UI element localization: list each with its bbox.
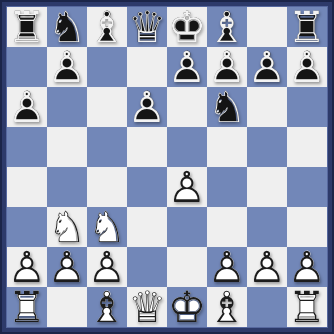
piece-glyph-outline: ♗ xyxy=(87,7,127,47)
square-d6[interactable]: ♟♙ xyxy=(127,87,167,127)
square-c5[interactable] xyxy=(87,127,127,167)
white-pawn[interactable]: ♟♙ xyxy=(7,247,47,287)
square-f3[interactable] xyxy=(207,207,247,247)
piece-glyph-outline: ♖ xyxy=(287,287,327,327)
black-pawn[interactable]: ♟♙ xyxy=(127,87,167,127)
square-h6[interactable] xyxy=(287,87,327,127)
square-e8[interactable]: ♚♔ xyxy=(167,7,207,47)
white-pawn[interactable]: ♟♙ xyxy=(167,167,207,207)
square-b4[interactable] xyxy=(47,167,87,207)
piece-glyph-fill: ♟ xyxy=(167,47,207,87)
piece-glyph-fill: ♞ xyxy=(207,87,247,127)
piece-glyph-fill: ♜ xyxy=(287,287,327,327)
black-pawn[interactable]: ♟♙ xyxy=(7,87,47,127)
square-e7[interactable]: ♟♙ xyxy=(167,47,207,87)
piece-glyph-outline: ♖ xyxy=(7,287,47,327)
piece-glyph-fill: ♚ xyxy=(167,7,207,47)
white-king[interactable]: ♚♔ xyxy=(167,287,207,327)
square-g8[interactable] xyxy=(247,7,287,47)
white-bishop[interactable]: ♝♗ xyxy=(207,287,247,327)
piece-glyph-fill: ♟ xyxy=(7,247,47,287)
black-pawn[interactable]: ♟♙ xyxy=(47,47,87,87)
square-b2[interactable]: ♟♙ xyxy=(47,247,87,287)
piece-glyph-fill: ♟ xyxy=(207,47,247,87)
square-d1[interactable]: ♛♕ xyxy=(127,287,167,327)
piece-glyph-fill: ♝ xyxy=(207,7,247,47)
white-knight[interactable]: ♞♘ xyxy=(87,207,127,247)
square-c8[interactable]: ♝♗ xyxy=(87,7,127,47)
square-d8[interactable]: ♛♕ xyxy=(127,7,167,47)
piece-glyph-outline: ♘ xyxy=(47,207,87,247)
square-c7[interactable] xyxy=(87,47,127,87)
square-d5[interactable] xyxy=(127,127,167,167)
black-rook[interactable]: ♜♖ xyxy=(287,7,327,47)
square-d7[interactable] xyxy=(127,47,167,87)
piece-glyph-fill: ♟ xyxy=(287,47,327,87)
square-c2[interactable]: ♟♙ xyxy=(87,247,127,287)
piece-glyph-outline: ♙ xyxy=(47,247,87,287)
board-frame: ♜♖♞♘♝♗♛♕♚♔♝♗♜♖♟♙♟♙♟♙♟♙♟♙♟♙♟♙♞♘♟♙♞♘♞♘♟♙♟♙… xyxy=(0,0,334,334)
square-f7[interactable]: ♟♙ xyxy=(207,47,247,87)
piece-glyph-fill: ♟ xyxy=(247,47,287,87)
square-h7[interactable]: ♟♙ xyxy=(287,47,327,87)
piece-glyph-outline: ♙ xyxy=(287,47,327,87)
square-e5[interactable] xyxy=(167,127,207,167)
white-bishop[interactable]: ♝♗ xyxy=(87,287,127,327)
black-knight[interactable]: ♞♘ xyxy=(207,87,247,127)
square-b1[interactable] xyxy=(47,287,87,327)
piece-glyph-fill: ♜ xyxy=(7,7,47,47)
piece-glyph-fill: ♜ xyxy=(287,7,327,47)
chess-board: ♜♖♞♘♝♗♛♕♚♔♝♗♜♖♟♙♟♙♟♙♟♙♟♙♟♙♟♙♞♘♟♙♞♘♞♘♟♙♟♙… xyxy=(7,7,327,327)
white-pawn[interactable]: ♟♙ xyxy=(287,247,327,287)
piece-glyph-fill: ♞ xyxy=(47,7,87,47)
piece-glyph-outline: ♗ xyxy=(207,287,247,327)
piece-glyph-outline: ♗ xyxy=(87,287,127,327)
piece-glyph-fill: ♜ xyxy=(7,287,47,327)
square-a7[interactable] xyxy=(7,47,47,87)
square-f6[interactable]: ♞♘ xyxy=(207,87,247,127)
black-knight[interactable]: ♞♘ xyxy=(47,7,87,47)
piece-glyph-outline: ♔ xyxy=(167,7,207,47)
piece-glyph-outline: ♙ xyxy=(287,247,327,287)
square-h8[interactable]: ♜♖ xyxy=(287,7,327,47)
piece-glyph-fill: ♟ xyxy=(247,247,287,287)
white-pawn[interactable]: ♟♙ xyxy=(207,247,247,287)
square-f2[interactable]: ♟♙ xyxy=(207,247,247,287)
square-d3[interactable] xyxy=(127,207,167,247)
square-g3[interactable] xyxy=(247,207,287,247)
square-f5[interactable] xyxy=(207,127,247,167)
square-b3[interactable]: ♞♘ xyxy=(47,207,87,247)
piece-glyph-outline: ♙ xyxy=(247,247,287,287)
black-king[interactable]: ♚♔ xyxy=(167,7,207,47)
white-pawn[interactable]: ♟♙ xyxy=(47,247,87,287)
piece-glyph-fill: ♛ xyxy=(127,7,167,47)
square-g5[interactable] xyxy=(247,127,287,167)
square-a2[interactable]: ♟♙ xyxy=(7,247,47,287)
square-a8[interactable]: ♜♖ xyxy=(7,7,47,47)
piece-glyph-fill: ♚ xyxy=(167,287,207,327)
piece-glyph-outline: ♙ xyxy=(47,47,87,87)
square-c4[interactable] xyxy=(87,167,127,207)
piece-glyph-outline: ♙ xyxy=(207,47,247,87)
square-c1[interactable]: ♝♗ xyxy=(87,287,127,327)
piece-glyph-fill: ♝ xyxy=(87,287,127,327)
square-f1[interactable]: ♝♗ xyxy=(207,287,247,327)
square-d2[interactable] xyxy=(127,247,167,287)
piece-glyph-outline: ♙ xyxy=(207,247,247,287)
black-pawn[interactable]: ♟♙ xyxy=(167,47,207,87)
square-a1[interactable]: ♜♖ xyxy=(7,287,47,327)
black-pawn[interactable]: ♟♙ xyxy=(207,47,247,87)
square-e6[interactable] xyxy=(167,87,207,127)
black-queen[interactable]: ♛♕ xyxy=(127,7,167,47)
piece-glyph-outline: ♖ xyxy=(7,7,47,47)
piece-glyph-outline: ♔ xyxy=(167,287,207,327)
black-bishop[interactable]: ♝♗ xyxy=(87,7,127,47)
piece-glyph-outline: ♙ xyxy=(247,47,287,87)
piece-glyph-outline: ♕ xyxy=(127,7,167,47)
square-e1[interactable]: ♚♔ xyxy=(167,287,207,327)
piece-glyph-outline: ♗ xyxy=(207,7,247,47)
piece-glyph-fill: ♟ xyxy=(167,167,207,207)
piece-glyph-fill: ♟ xyxy=(207,247,247,287)
square-d4[interactable] xyxy=(127,167,167,207)
piece-glyph-fill: ♝ xyxy=(87,7,127,47)
piece-glyph-fill: ♟ xyxy=(87,247,127,287)
piece-glyph-outline: ♕ xyxy=(127,287,167,327)
white-rook[interactable]: ♜♖ xyxy=(287,287,327,327)
piece-glyph-outline: ♙ xyxy=(127,87,167,127)
square-h4[interactable] xyxy=(287,167,327,207)
piece-glyph-outline: ♘ xyxy=(47,7,87,47)
square-g4[interactable] xyxy=(247,167,287,207)
square-h3[interactable] xyxy=(287,207,327,247)
square-b6[interactable] xyxy=(47,87,87,127)
piece-glyph-outline: ♙ xyxy=(87,247,127,287)
square-f4[interactable] xyxy=(207,167,247,207)
black-bishop[interactable]: ♝♗ xyxy=(207,7,247,47)
square-h5[interactable] xyxy=(287,127,327,167)
square-c6[interactable] xyxy=(87,87,127,127)
white-rook[interactable]: ♜♖ xyxy=(7,287,47,327)
piece-glyph-outline: ♘ xyxy=(207,87,247,127)
square-g2[interactable]: ♟♙ xyxy=(247,247,287,287)
white-pawn[interactable]: ♟♙ xyxy=(87,247,127,287)
square-a3[interactable] xyxy=(7,207,47,247)
black-pawn[interactable]: ♟♙ xyxy=(247,47,287,87)
square-g6[interactable] xyxy=(247,87,287,127)
square-c3[interactable]: ♞♘ xyxy=(87,207,127,247)
square-e3[interactable] xyxy=(167,207,207,247)
piece-glyph-fill: ♛ xyxy=(127,287,167,327)
piece-glyph-fill: ♟ xyxy=(287,247,327,287)
square-h2[interactable]: ♟♙ xyxy=(287,247,327,287)
square-a6[interactable]: ♟♙ xyxy=(7,87,47,127)
piece-glyph-outline: ♘ xyxy=(87,207,127,247)
piece-glyph-fill: ♝ xyxy=(207,287,247,327)
piece-glyph-fill: ♟ xyxy=(127,87,167,127)
white-knight[interactable]: ♞♘ xyxy=(47,207,87,247)
square-f8[interactable]: ♝♗ xyxy=(207,7,247,47)
piece-glyph-outline: ♙ xyxy=(7,87,47,127)
piece-glyph-outline: ♖ xyxy=(287,7,327,47)
white-pawn[interactable]: ♟♙ xyxy=(247,247,287,287)
square-h1[interactable]: ♜♖ xyxy=(287,287,327,327)
piece-glyph-fill: ♞ xyxy=(87,207,127,247)
square-g1[interactable] xyxy=(247,287,287,327)
piece-glyph-fill: ♟ xyxy=(7,87,47,127)
piece-glyph-outline: ♙ xyxy=(167,167,207,207)
square-g7[interactable]: ♟♙ xyxy=(247,47,287,87)
piece-glyph-outline: ♙ xyxy=(7,247,47,287)
piece-glyph-fill: ♟ xyxy=(47,247,87,287)
square-e2[interactable] xyxy=(167,247,207,287)
white-queen[interactable]: ♛♕ xyxy=(127,287,167,327)
piece-glyph-outline: ♙ xyxy=(167,47,207,87)
black-rook[interactable]: ♜♖ xyxy=(7,7,47,47)
piece-glyph-fill: ♞ xyxy=(47,207,87,247)
square-b8[interactable]: ♞♘ xyxy=(47,7,87,47)
black-pawn[interactable]: ♟♙ xyxy=(287,47,327,87)
square-e4[interactable]: ♟♙ xyxy=(167,167,207,207)
square-a4[interactable] xyxy=(7,167,47,207)
piece-glyph-fill: ♟ xyxy=(47,47,87,87)
square-b5[interactable] xyxy=(47,127,87,167)
square-b7[interactable]: ♟♙ xyxy=(47,47,87,87)
square-a5[interactable] xyxy=(7,127,47,167)
